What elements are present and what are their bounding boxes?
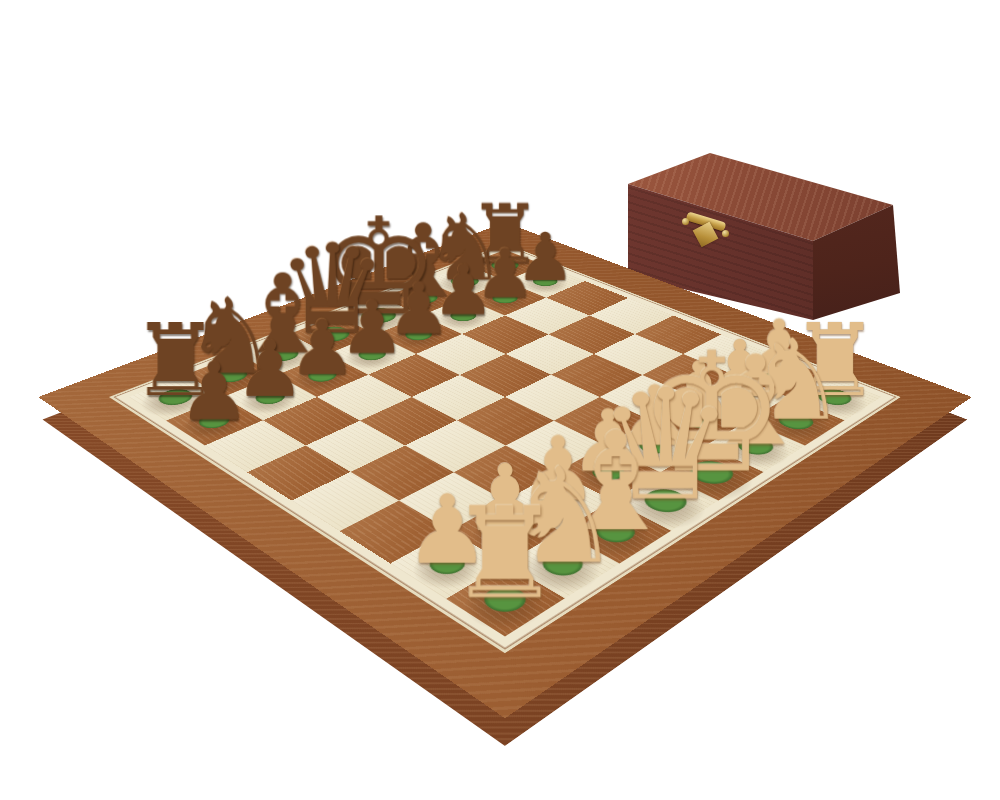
chess-board: ♜♞♝♛♚♝♞♜♟♟♟♟♟♟♟♟♟♟♟♟♟♟♟♟♜♞♝♛♚♝♞♜: [38, 222, 971, 718]
piece-black-pawn-a7[interactable]: ♟: [178, 351, 250, 431]
board-squares: ♜♞♝♛♚♝♞♜♟♟♟♟♟♟♟♟♟♟♟♟♟♟♟♟♜♞♝♛♚♝♞♜: [129, 250, 881, 637]
board-scene: ♜♞♝♛♚♝♞♜♟♟♟♟♟♟♟♟♟♟♟♟♟♟♟♟♜♞♝♛♚♝♞♜: [0, 0, 1000, 800]
piece-white-rook-a1[interactable]: ♜: [448, 490, 561, 616]
chess-set-product-photo: ♜♞♝♛♚♝♞♜♟♟♟♟♟♟♟♟♟♟♟♟♟♟♟♟♜♞♝♛♚♝♞♜: [0, 0, 1000, 800]
